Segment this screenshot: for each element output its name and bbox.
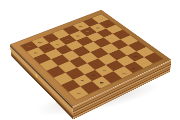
photo-stage: ♜♞♝♛♚♝♞♜♟♟♟♟♟♟♟♟♟♟♟♟♟♟♟♟♜♞♝♛♚♝♞♜ bbox=[0, 0, 180, 120]
black-bishop-glyph: ♝ bbox=[93, 70, 106, 85]
brass-latch-icon bbox=[35, 73, 37, 79]
black-rook-glyph: ♜ bbox=[71, 82, 82, 95]
scene: ♜♞♝♛♚♝♞♜♟♟♟♟♟♟♟♟♟♟♟♟♟♟♟♟♜♞♝♛♚♝♞♜ bbox=[0, 0, 180, 120]
black-rook-glyph: ♜ bbox=[147, 48, 157, 60]
chess-box: ♜♞♝♛♚♝♞♜♟♟♟♟♟♟♟♟♟♟♟♟♟♟♟♟♜♞♝♛♚♝♞♜ bbox=[10, 10, 172, 107]
black-knight-glyph: ♞ bbox=[82, 76, 94, 90]
white-pawn-glyph: ♟ bbox=[30, 44, 39, 54]
